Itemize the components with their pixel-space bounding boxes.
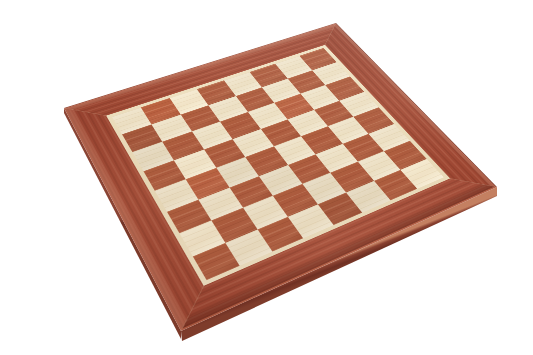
photo-background	[0, 0, 533, 355]
